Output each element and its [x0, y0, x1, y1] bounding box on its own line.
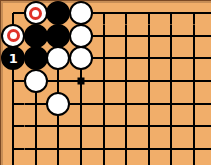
board-intersection — [70, 47, 93, 70]
board-intersection — [138, 92, 161, 115]
board-intersection — [115, 47, 138, 70]
board-intersection — [138, 160, 161, 165]
board-intersection — [2, 2, 25, 25]
star-point-marker — [78, 78, 85, 85]
board-intersection — [25, 160, 48, 165]
white-stone — [69, 24, 93, 48]
board-intersection: 1 — [2, 47, 25, 70]
board-intersection — [205, 70, 211, 93]
board-intersection — [115, 92, 138, 115]
go-grid: 1 — [2, 2, 211, 165]
board-intersection — [138, 138, 161, 161]
board-intersection — [160, 70, 183, 93]
white-stone — [46, 92, 70, 116]
board-intersection — [47, 160, 70, 165]
board-intersection — [115, 160, 138, 165]
board-intersection — [47, 25, 70, 48]
board-intersection — [183, 160, 206, 165]
board-intersection — [92, 2, 115, 25]
board-intersection — [205, 138, 211, 161]
board-intersection — [183, 92, 206, 115]
board-intersection — [115, 25, 138, 48]
move-number-label: 1 — [9, 52, 18, 65]
board-intersection — [70, 138, 93, 161]
board-intersection — [205, 25, 211, 48]
board-intersection — [115, 138, 138, 161]
board-intersection — [92, 47, 115, 70]
board-intersection — [25, 70, 48, 93]
board-intersection — [160, 2, 183, 25]
board-intersection — [138, 115, 161, 138]
board-intersection — [47, 70, 70, 93]
white-stone — [24, 69, 48, 93]
board-intersection — [205, 92, 211, 115]
board-intersection — [92, 25, 115, 48]
board-intersection — [160, 92, 183, 115]
black-stone — [24, 24, 48, 48]
board-intersection — [25, 47, 48, 70]
board-intersection — [138, 2, 161, 25]
circle-marker — [29, 7, 42, 20]
board-intersection — [183, 115, 206, 138]
white-stone — [46, 46, 70, 70]
board-intersection — [70, 115, 93, 138]
board-intersection — [160, 138, 183, 161]
board-intersection — [2, 138, 25, 161]
board-intersection — [115, 70, 138, 93]
board-intersection — [183, 25, 206, 48]
board-intersection — [92, 160, 115, 165]
board-intersection — [25, 115, 48, 138]
board-intersection — [183, 47, 206, 70]
board-intersection — [183, 138, 206, 161]
board-intersection — [205, 47, 211, 70]
board-intersection — [25, 92, 48, 115]
board-intersection — [70, 2, 93, 25]
board-intersection — [70, 160, 93, 165]
black-stone: 1 — [1, 46, 25, 70]
board-intersection — [47, 2, 70, 25]
board-intersection — [25, 25, 48, 48]
board-intersection — [183, 2, 206, 25]
board-intersection — [205, 160, 211, 165]
board-intersection — [115, 2, 138, 25]
board-intersection — [47, 47, 70, 70]
board-intersection — [92, 138, 115, 161]
board-intersection — [2, 115, 25, 138]
board-intersection — [160, 47, 183, 70]
board-intersection — [92, 115, 115, 138]
black-stone — [46, 1, 70, 25]
board-intersection — [183, 70, 206, 93]
circle-marker — [7, 29, 20, 42]
white-stone — [1, 24, 25, 48]
board-intersection — [47, 138, 70, 161]
board-intersection — [25, 138, 48, 161]
go-board: 1 — [0, 0, 211, 165]
board-intersection — [47, 92, 70, 115]
board-intersection — [70, 25, 93, 48]
board-intersection — [115, 115, 138, 138]
board-intersection — [138, 47, 161, 70]
board-intersection — [25, 2, 48, 25]
board-intersection — [2, 70, 25, 93]
white-stone — [69, 46, 93, 70]
board-intersection — [92, 92, 115, 115]
white-stone — [69, 1, 93, 25]
board-intersection — [92, 70, 115, 93]
board-intersection — [2, 160, 25, 165]
board-intersection — [2, 25, 25, 48]
black-stone — [46, 24, 70, 48]
board-intersection — [70, 70, 93, 93]
board-intersection — [138, 70, 161, 93]
board-intersection — [70, 92, 93, 115]
board-intersection — [205, 115, 211, 138]
board-intersection — [2, 92, 25, 115]
board-intersection — [47, 115, 70, 138]
board-intersection — [205, 2, 211, 25]
board-intersection — [160, 160, 183, 165]
board-intersection — [160, 25, 183, 48]
board-intersection — [160, 115, 183, 138]
white-stone — [24, 1, 48, 25]
black-stone — [24, 46, 48, 70]
board-intersection — [138, 25, 161, 48]
